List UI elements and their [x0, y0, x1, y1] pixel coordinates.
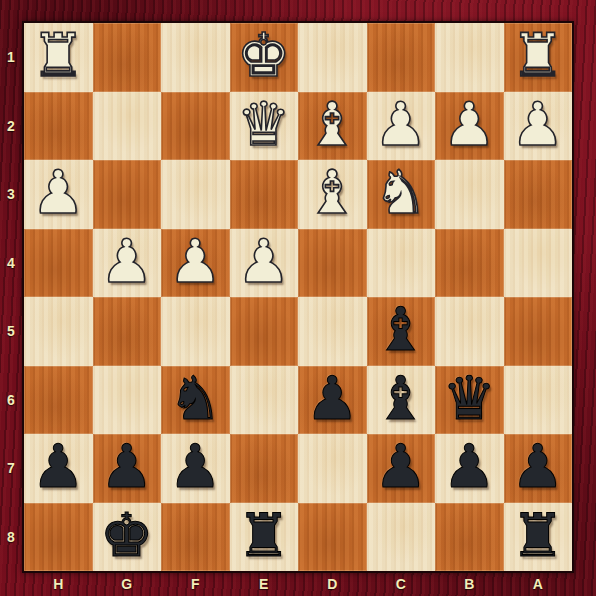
square-h5[interactable]: [24, 297, 93, 366]
square-d8[interactable]: [298, 503, 367, 572]
file-label-h: H: [24, 573, 93, 595]
square-f5[interactable]: [161, 297, 230, 366]
square-f6[interactable]: ♞: [161, 366, 230, 435]
square-h2[interactable]: [24, 92, 93, 161]
square-c1[interactable]: [367, 23, 436, 92]
square-c3[interactable]: ♞: [367, 160, 436, 229]
square-e3[interactable]: [230, 160, 299, 229]
square-g5[interactable]: [93, 297, 162, 366]
black-queen-b6[interactable]: ♛: [442, 368, 496, 428]
rank-label-7: 7: [0, 434, 22, 503]
square-g6[interactable]: [93, 366, 162, 435]
file-label-f: F: [161, 573, 230, 595]
square-g2[interactable]: [93, 92, 162, 161]
square-b4[interactable]: [435, 229, 504, 298]
square-d7[interactable]: [298, 434, 367, 503]
square-f2[interactable]: [161, 92, 230, 161]
file-labels: HGFEDCBA: [24, 573, 572, 595]
square-e8[interactable]: ♜: [230, 503, 299, 572]
square-h1[interactable]: ♜: [24, 23, 93, 92]
white-pawn-h3[interactable]: ♟: [31, 162, 85, 222]
rank-label-3: 3: [0, 160, 22, 229]
square-g8[interactable]: ♚: [93, 503, 162, 572]
white-pawn-b2[interactable]: ♟: [442, 94, 496, 154]
square-h8[interactable]: [24, 503, 93, 572]
rank-label-8: 8: [0, 503, 22, 572]
rank-label-2: 2: [0, 92, 22, 161]
square-b8[interactable]: [435, 503, 504, 572]
square-b5[interactable]: [435, 297, 504, 366]
rank-labels: 12345678: [0, 23, 22, 571]
black-bishop-c6[interactable]: ♝: [374, 368, 428, 428]
square-d5[interactable]: [298, 297, 367, 366]
square-a4[interactable]: [504, 229, 573, 298]
file-label-g: G: [93, 573, 162, 595]
square-b7[interactable]: ♟: [435, 434, 504, 503]
black-pawn-f7[interactable]: ♟: [168, 436, 222, 496]
white-pawn-f4[interactable]: ♟: [168, 231, 222, 291]
black-rook-e8[interactable]: ♜: [237, 505, 291, 565]
square-c2[interactable]: ♟: [367, 92, 436, 161]
square-e2[interactable]: ♛: [230, 92, 299, 161]
square-f3[interactable]: [161, 160, 230, 229]
square-e4[interactable]: ♟: [230, 229, 299, 298]
square-c8[interactable]: [367, 503, 436, 572]
file-label-c: C: [367, 573, 436, 595]
black-knight-f6[interactable]: ♞: [168, 368, 222, 428]
square-h4[interactable]: [24, 229, 93, 298]
square-b2[interactable]: ♟: [435, 92, 504, 161]
black-pawn-c7[interactable]: ♟: [374, 436, 428, 496]
square-d1[interactable]: [298, 23, 367, 92]
white-rook-a1[interactable]: ♜: [511, 25, 565, 85]
square-f8[interactable]: [161, 503, 230, 572]
square-g3[interactable]: [93, 160, 162, 229]
square-a5[interactable]: [504, 297, 573, 366]
black-pawn-g7[interactable]: ♟: [100, 436, 154, 496]
rank-label-5: 5: [0, 297, 22, 366]
square-d4[interactable]: [298, 229, 367, 298]
square-a3[interactable]: [504, 160, 573, 229]
square-a6[interactable]: [504, 366, 573, 435]
file-label-d: D: [298, 573, 367, 595]
square-b1[interactable]: [435, 23, 504, 92]
square-h7[interactable]: ♟: [24, 434, 93, 503]
white-pawn-e4[interactable]: ♟: [237, 231, 291, 291]
square-c4[interactable]: [367, 229, 436, 298]
black-king-g8[interactable]: ♚: [100, 505, 154, 565]
square-f4[interactable]: ♟: [161, 229, 230, 298]
chess-board: ♜♚♜♛♝♟♟♟♟♝♞♟♟♟♝♞♟♝♛♟♟♟♟♟♟♚♜♜: [24, 23, 572, 571]
black-bishop-c5[interactable]: ♝: [374, 299, 428, 359]
square-c7[interactable]: ♟: [367, 434, 436, 503]
square-d3[interactable]: ♝: [298, 160, 367, 229]
square-b6[interactable]: ♛: [435, 366, 504, 435]
file-label-e: E: [230, 573, 299, 595]
square-g7[interactable]: ♟: [93, 434, 162, 503]
white-pawn-c2[interactable]: ♟: [374, 94, 428, 154]
white-bishop-d2[interactable]: ♝: [305, 94, 359, 154]
black-pawn-h7[interactable]: ♟: [31, 436, 85, 496]
square-c6[interactable]: ♝: [367, 366, 436, 435]
rank-label-1: 1: [0, 23, 22, 92]
white-rook-h1[interactable]: ♜: [31, 25, 85, 85]
square-g4[interactable]: ♟: [93, 229, 162, 298]
file-label-b: B: [435, 573, 504, 595]
square-h3[interactable]: ♟: [24, 160, 93, 229]
rank-label-6: 6: [0, 366, 22, 435]
square-a1[interactable]: ♜: [504, 23, 573, 92]
square-e7[interactable]: [230, 434, 299, 503]
square-e1[interactable]: ♚: [230, 23, 299, 92]
black-pawn-b7[interactable]: ♟: [442, 436, 496, 496]
square-b3[interactable]: [435, 160, 504, 229]
black-pawn-a7[interactable]: ♟: [511, 436, 565, 496]
white-queen-e2[interactable]: ♛: [237, 94, 291, 154]
chessboard-window: 12345678 HGFEDCBA ♜♚♜♛♝♟♟♟♟♝♞♟♟♟♝♞♟♝♛♟♟♟…: [0, 0, 596, 596]
white-pawn-g4[interactable]: ♟: [100, 231, 154, 291]
square-e5[interactable]: [230, 297, 299, 366]
file-label-a: A: [504, 573, 573, 595]
square-a7[interactable]: ♟: [504, 434, 573, 503]
square-d2[interactable]: ♝: [298, 92, 367, 161]
white-pawn-a2[interactable]: ♟: [511, 94, 565, 154]
white-knight-c3[interactable]: ♞: [374, 162, 428, 222]
square-e6[interactable]: [230, 366, 299, 435]
square-a8[interactable]: ♜: [504, 503, 573, 572]
square-c5[interactable]: ♝: [367, 297, 436, 366]
board-frame: ♜♚♜♛♝♟♟♟♟♝♞♟♟♟♝♞♟♝♛♟♟♟♟♟♟♚♜♜: [22, 21, 574, 573]
white-bishop-d3[interactable]: ♝: [305, 162, 359, 222]
white-king-e1[interactable]: ♚: [237, 25, 291, 85]
square-h6[interactable]: [24, 366, 93, 435]
black-pawn-d6[interactable]: ♟: [305, 368, 359, 428]
square-g1[interactable]: [93, 23, 162, 92]
square-d6[interactable]: ♟: [298, 366, 367, 435]
black-rook-a8[interactable]: ♜: [511, 505, 565, 565]
square-f1[interactable]: [161, 23, 230, 92]
square-f7[interactable]: ♟: [161, 434, 230, 503]
square-a2[interactable]: ♟: [504, 92, 573, 161]
rank-label-4: 4: [0, 229, 22, 298]
